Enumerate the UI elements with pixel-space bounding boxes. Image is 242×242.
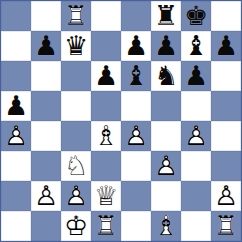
square-d5[interactable] xyxy=(91,91,121,121)
black-queen: ♛ xyxy=(61,31,91,61)
square-d8[interactable] xyxy=(91,1,121,31)
white-rook: ♜♖ xyxy=(61,1,91,31)
black-knight: ♞ xyxy=(151,61,181,91)
square-d4[interactable]: ♝♗ xyxy=(91,121,121,151)
square-h7[interactable]: ♟ xyxy=(211,31,241,61)
square-b4[interactable] xyxy=(31,121,61,151)
square-c4[interactable] xyxy=(61,121,91,151)
square-e2[interactable] xyxy=(121,181,151,211)
square-c5[interactable] xyxy=(61,91,91,121)
square-e8[interactable] xyxy=(121,1,151,31)
white-pawn: ♟♙ xyxy=(1,121,31,151)
black-rook: ♜ xyxy=(151,1,181,31)
black-pawn: ♟ xyxy=(31,31,61,61)
square-b7[interactable]: ♟ xyxy=(31,31,61,61)
square-h8[interactable] xyxy=(211,1,241,31)
square-h3[interactable] xyxy=(211,151,241,181)
square-b2[interactable]: ♟♙ xyxy=(31,181,61,211)
square-b3[interactable] xyxy=(31,151,61,181)
square-b8[interactable] xyxy=(31,1,61,31)
square-e5[interactable] xyxy=(121,91,151,121)
black-pawn: ♟ xyxy=(151,31,181,61)
square-g5[interactable] xyxy=(181,91,211,121)
square-e1[interactable] xyxy=(121,211,151,241)
square-e4[interactable]: ♟♙ xyxy=(121,121,151,151)
black-pawn: ♟ xyxy=(211,31,241,61)
square-f4[interactable] xyxy=(151,121,181,151)
black-bishop: ♝ xyxy=(181,31,211,61)
white-pawn: ♟♙ xyxy=(181,121,211,151)
black-pawn: ♟ xyxy=(181,61,211,91)
square-c6[interactable] xyxy=(61,61,91,91)
black-bishop: ♝ xyxy=(121,61,151,91)
square-g7[interactable]: ♝ xyxy=(181,31,211,61)
white-pawn: ♟♙ xyxy=(151,151,181,181)
square-d1[interactable]: ♜♖ xyxy=(91,211,121,241)
white-bishop: ♝♗ xyxy=(91,121,121,151)
square-h2[interactable]: ♟♙ xyxy=(211,181,241,211)
square-g1[interactable] xyxy=(181,211,211,241)
square-a4[interactable]: ♟♙ xyxy=(1,121,31,151)
square-a7[interactable] xyxy=(1,31,31,61)
square-c8[interactable]: ♜♖ xyxy=(61,1,91,31)
square-d7[interactable] xyxy=(91,31,121,61)
square-c1[interactable]: ♚♔ xyxy=(61,211,91,241)
square-f8[interactable]: ♜ xyxy=(151,1,181,31)
white-bishop: ♝♗ xyxy=(151,211,181,241)
black-pawn: ♟ xyxy=(91,61,121,91)
square-e6[interactable]: ♝ xyxy=(121,61,151,91)
chess-board: ♜♖♜♚♟♛♟♟♝♟♟♝♞♟♟♟♙♝♗♟♙♟♙♞♘♟♙♟♙♟♙♛♕♟♙♚♔♜♖♝… xyxy=(0,0,242,242)
square-d2[interactable]: ♛♕ xyxy=(91,181,121,211)
square-f5[interactable] xyxy=(151,91,181,121)
square-b1[interactable] xyxy=(31,211,61,241)
square-a6[interactable] xyxy=(1,61,31,91)
white-knight: ♞♘ xyxy=(61,151,91,181)
black-pawn: ♟ xyxy=(121,31,151,61)
black-king: ♚ xyxy=(181,1,211,31)
white-pawn: ♟♙ xyxy=(211,181,241,211)
square-b5[interactable] xyxy=(31,91,61,121)
square-a3[interactable] xyxy=(1,151,31,181)
square-d6[interactable]: ♟ xyxy=(91,61,121,91)
square-g2[interactable] xyxy=(181,181,211,211)
white-rook: ♜♖ xyxy=(211,211,241,241)
white-rook: ♜♖ xyxy=(91,211,121,241)
square-h4[interactable] xyxy=(211,121,241,151)
white-queen: ♛♕ xyxy=(91,181,121,211)
square-c7[interactable]: ♛ xyxy=(61,31,91,61)
square-f2[interactable] xyxy=(151,181,181,211)
square-b6[interactable] xyxy=(31,61,61,91)
square-a1[interactable] xyxy=(1,211,31,241)
square-a5[interactable]: ♟ xyxy=(1,91,31,121)
square-c3[interactable]: ♞♘ xyxy=(61,151,91,181)
white-king: ♚♔ xyxy=(61,211,91,241)
white-pawn: ♟♙ xyxy=(61,181,91,211)
square-g4[interactable]: ♟♙ xyxy=(181,121,211,151)
black-pawn: ♟ xyxy=(1,91,31,121)
square-f7[interactable]: ♟ xyxy=(151,31,181,61)
square-a2[interactable] xyxy=(1,181,31,211)
white-pawn: ♟♙ xyxy=(121,121,151,151)
square-e3[interactable] xyxy=(121,151,151,181)
square-c2[interactable]: ♟♙ xyxy=(61,181,91,211)
square-f3[interactable]: ♟♙ xyxy=(151,151,181,181)
square-g3[interactable] xyxy=(181,151,211,181)
square-g6[interactable]: ♟ xyxy=(181,61,211,91)
square-a8[interactable] xyxy=(1,1,31,31)
square-d3[interactable] xyxy=(91,151,121,181)
square-h1[interactable]: ♜♖ xyxy=(211,211,241,241)
white-pawn: ♟♙ xyxy=(31,181,61,211)
square-g8[interactable]: ♚ xyxy=(181,1,211,31)
square-h6[interactable] xyxy=(211,61,241,91)
square-h5[interactable] xyxy=(211,91,241,121)
square-e7[interactable]: ♟ xyxy=(121,31,151,61)
square-f6[interactable]: ♞ xyxy=(151,61,181,91)
square-f1[interactable]: ♝♗ xyxy=(151,211,181,241)
